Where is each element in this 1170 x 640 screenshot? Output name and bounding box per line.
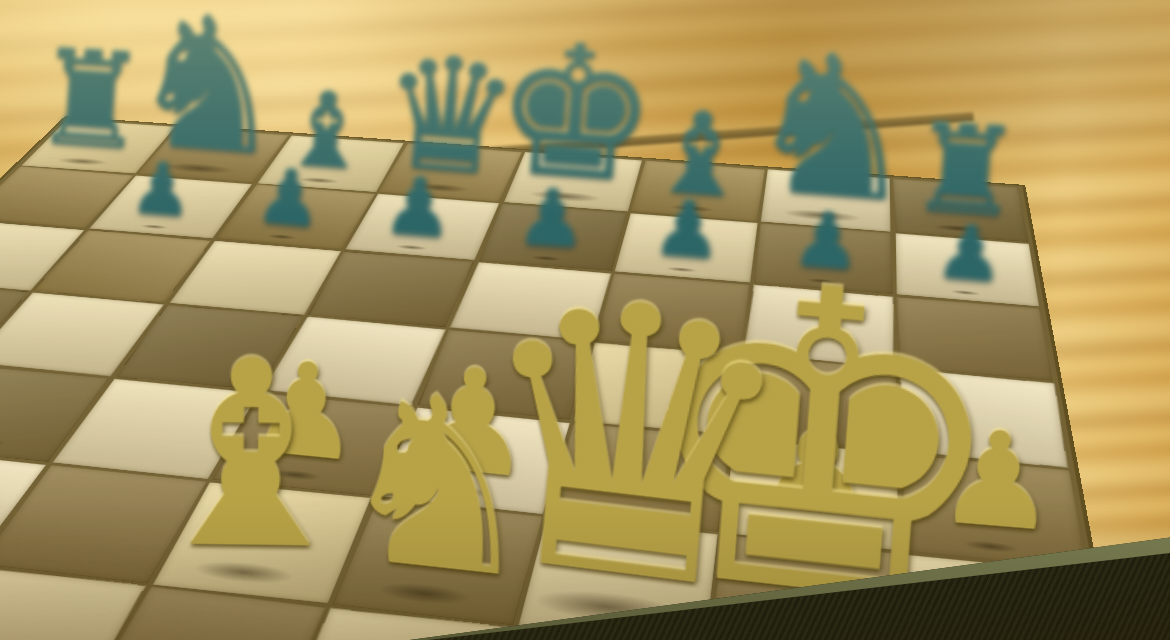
piece-black-knight-g8[interactable]: ♞: [739, 32, 929, 223]
piece-white-knight-e3[interactable]: ♞: [326, 368, 548, 606]
square-b4[interactable]: ♟: [0, 365, 110, 462]
nuts-and-bolts-chess-scene: ♜♞♝♛♚♝♞♜♟♟♟♟♟♟♟♟♟♟♟♟♜♝♞♛♚: [0, 0, 1170, 640]
piece-black-pawn-c7[interactable]: ♟: [252, 160, 324, 237]
square-e3[interactable]: ♞: [332, 499, 543, 625]
piece-black-pawn-d7[interactable]: ♟: [380, 168, 456, 247]
piece-black-pawn-b7[interactable]: ♟: [128, 155, 194, 226]
board-wrap: ♜♞♝♛♚♝♞♜♟♟♟♟♟♟♟♟♟♟♟♟♜♝♞♛♚: [40, 150, 1000, 640]
chess-board: ♜♞♝♛♚♝♞♜♟♟♟♟♟♟♟♟♟♟♟♟♜♝♞♛♚: [0, 117, 1170, 640]
square-f3[interactable]: ♛: [518, 517, 718, 640]
